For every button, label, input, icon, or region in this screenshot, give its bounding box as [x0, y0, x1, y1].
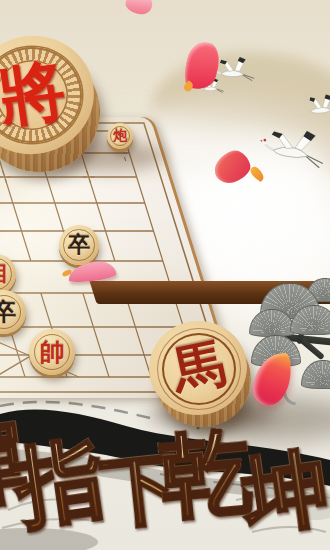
giant-piece-jiang: 將 — [0, 34, 102, 174]
piece-glyph: 相 — [0, 263, 7, 285]
crane-icon — [300, 91, 330, 127]
tagline-char: 坤 — [239, 445, 330, 540]
piece-glyph: 帥 — [40, 340, 65, 365]
xiangqi-splash-screen: 炮 卒 相 卒 帥 將 — [0, 0, 330, 550]
piece-glyph: 卒 — [68, 234, 90, 256]
piece-pao: 炮 — [107, 123, 133, 149]
piece-glyph: 馬 — [168, 337, 230, 399]
piece-glyph: 卒 — [0, 300, 16, 324]
crane-icon — [259, 124, 330, 176]
piece-zu: 卒 — [59, 225, 99, 265]
piece-glyph: 將 — [0, 57, 69, 132]
giant-piece-ma: 馬 — [149, 321, 253, 429]
tagline-char: 指 — [10, 434, 109, 533]
petal — [123, 0, 155, 19]
piece-glyph: 炮 — [113, 129, 127, 143]
piece-shuai: 帥 — [29, 329, 75, 375]
